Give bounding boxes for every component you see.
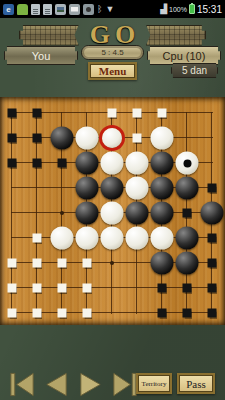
black-stone[interactable] [101,177,124,200]
black-stone[interactable] [76,177,99,200]
browser-icon: e [3,4,14,15]
white-territory-marker[interactable] [8,284,17,293]
android-icon [17,4,28,15]
black-territory-marker[interactable] [183,284,192,293]
white-territory-marker[interactable] [33,309,42,318]
black-stone[interactable] [151,177,174,200]
black-territory-marker[interactable] [208,259,217,268]
nav-forward-button[interactable] [76,370,105,399]
white-territory-marker[interactable] [83,309,92,318]
black-stone[interactable] [176,177,199,200]
star-point [110,261,114,265]
brass-ornament-left [19,25,79,46]
white-territory-marker[interactable] [58,259,67,268]
black-territory-marker[interactable] [33,134,42,143]
black-stone[interactable] [151,252,174,275]
black-territory-marker[interactable] [208,234,217,243]
black-territory-marker[interactable] [8,109,17,118]
app-screen: e ᛒ ▼ ▟ 100% 15:31 GO You 5 : 4.5 Cpu (1… [0,0,225,400]
black-stone[interactable] [151,152,174,175]
white-territory-marker[interactable] [133,134,142,143]
gallery-icon [55,4,66,15]
black-territory-marker[interactable] [33,109,42,118]
white-stone[interactable] [126,177,149,200]
step-forward-icon [76,370,105,399]
signal-icon: ▟ [160,4,167,15]
white-territory-marker[interactable] [58,284,67,293]
star-point [60,211,64,215]
black-territory-marker[interactable] [183,209,192,218]
cpu-rank-plate: 5 dan [171,63,218,78]
email-icon [69,4,80,15]
black-stone[interactable] [126,202,149,225]
black-territory-marker[interactable] [8,159,17,168]
black-territory-marker[interactable] [208,184,217,193]
skip-to-end-icon [110,370,139,399]
black-territory-marker[interactable] [58,159,67,168]
black-stone[interactable] [176,252,199,275]
black-territory-marker[interactable] [158,309,167,318]
black-territory-marker[interactable] [158,284,167,293]
white-stone[interactable] [76,227,99,250]
game-header: GO You 5 : 4.5 Cpu (10) 5 dan Menu [0,18,225,97]
android-status-bar: e ᛒ ▼ ▟ 100% 15:31 [0,0,225,18]
brass-ornament-right [146,25,206,46]
white-stone-last-move[interactable] [102,128,122,148]
battery-percent: 100% [169,6,187,13]
white-stone[interactable] [126,227,149,250]
black-stone[interactable] [51,127,74,150]
black-territory-marker[interactable] [208,309,217,318]
black-stone[interactable] [76,152,99,175]
battery-icon [189,4,195,14]
white-territory-marker[interactable] [133,109,142,118]
footer-toolbar: Territory Pass [0,325,225,400]
black-territory-marker[interactable] [183,309,192,318]
clock: 15:31 [197,4,222,15]
white-territory-marker[interactable] [33,234,42,243]
pass-button[interactable]: Pass [177,373,215,394]
white-territory-marker[interactable] [83,259,92,268]
black-territory-marker[interactable] [8,134,17,143]
white-stone[interactable] [101,227,124,250]
black-stone[interactable] [76,202,99,225]
white-territory-marker[interactable] [58,309,67,318]
skip-to-start-icon [8,370,37,399]
dead-stone-dot [183,159,191,167]
white-territory-marker[interactable] [8,259,17,268]
player-plate-cpu: Cpu (10) [147,46,221,65]
step-back-icon [42,370,71,399]
white-stone[interactable] [51,227,74,250]
white-stone[interactable] [151,127,174,150]
white-territory-marker[interactable] [33,259,42,268]
white-territory-marker[interactable] [8,309,17,318]
white-territory-marker[interactable] [83,284,92,293]
white-stone-marked-dead[interactable] [176,152,199,175]
white-stone[interactable] [151,227,174,250]
nav-last-button[interactable] [110,370,139,399]
white-stone[interactable] [101,202,124,225]
black-territory-marker[interactable] [33,159,42,168]
white-stone[interactable] [76,127,99,150]
white-stone[interactable] [126,152,149,175]
score-plate: 5 : 4.5 [81,45,144,60]
menu-button[interactable]: Menu [88,62,137,80]
nav-back-button[interactable] [42,370,71,399]
camera-icon [83,4,94,15]
white-territory-marker[interactable] [33,284,42,293]
white-territory-marker[interactable] [158,109,167,118]
bluetooth-icon: ᛒ [97,4,102,15]
file-notification-icon [43,4,52,15]
nav-first-button[interactable] [8,370,37,399]
player-plate-you: You [4,46,78,65]
white-stone[interactable] [101,152,124,175]
black-stone[interactable] [176,227,199,250]
wifi-icon: ▼ [105,4,114,15]
file-notification-icon [31,4,40,15]
black-territory-marker[interactable] [208,284,217,293]
black-stone[interactable] [201,202,224,225]
white-territory-marker[interactable] [108,109,117,118]
go-board[interactable] [0,97,225,325]
territory-button[interactable]: Territory [136,373,172,394]
black-stone[interactable] [151,202,174,225]
